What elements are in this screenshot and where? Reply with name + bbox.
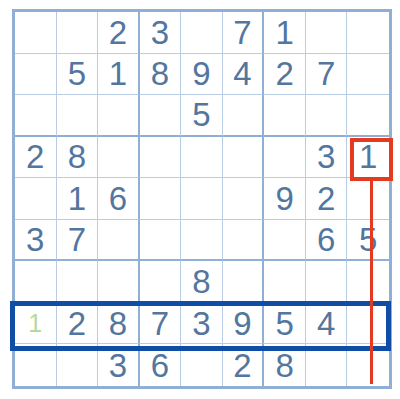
cell-r8c8[interactable]: 4 <box>306 303 348 345</box>
cell-r2c8[interactable]: 7 <box>306 54 348 96</box>
cell-r6c8[interactable]: 6 <box>306 220 348 262</box>
cell-r8c9[interactable] <box>347 303 389 345</box>
cell-r5c9[interactable] <box>347 178 389 220</box>
cell-r4c4[interactable] <box>140 137 182 179</box>
cell-r9c1[interactable] <box>15 344 57 386</box>
cell-r9c4[interactable]: 6 <box>140 344 182 386</box>
cell-r5c8[interactable]: 2 <box>306 178 348 220</box>
cell-r4c2[interactable]: 8 <box>57 137 99 179</box>
cell-r8c6[interactable]: 9 <box>223 303 265 345</box>
sudoku-page: 2371518942752831169237658128739543628 <box>0 0 400 399</box>
cell-r2c1[interactable] <box>15 54 57 96</box>
cell-r6c4[interactable] <box>140 220 182 262</box>
cell-r2c2[interactable]: 5 <box>57 54 99 96</box>
cell-r8c3[interactable]: 8 <box>98 303 140 345</box>
cell-r1c7[interactable]: 1 <box>264 12 306 54</box>
cell-r9c9[interactable] <box>347 344 389 386</box>
cell-r7c8[interactable] <box>306 261 348 303</box>
cell-r9c8[interactable] <box>306 344 348 386</box>
cell-r7c4[interactable] <box>140 261 182 303</box>
cell-r6c6[interactable] <box>223 220 265 262</box>
cell-r4c1[interactable]: 2 <box>15 137 57 179</box>
cell-r5c2[interactable]: 1 <box>57 178 99 220</box>
cell-r6c3[interactable] <box>98 220 140 262</box>
cell-r2c7[interactable]: 2 <box>264 54 306 96</box>
cell-r5c4[interactable] <box>140 178 182 220</box>
cell-r2c4[interactable]: 8 <box>140 54 182 96</box>
cell-r9c7[interactable]: 8 <box>264 344 306 386</box>
cell-r7c5[interactable]: 8 <box>181 261 223 303</box>
cell-r9c5[interactable] <box>181 344 223 386</box>
cell-r7c6[interactable] <box>223 261 265 303</box>
cell-r3c3[interactable] <box>98 95 140 137</box>
cell-r5c7[interactable]: 9 <box>264 178 306 220</box>
cell-r4c9[interactable]: 1 <box>347 137 389 179</box>
cell-r3c1[interactable] <box>15 95 57 137</box>
cell-r2c6[interactable]: 4 <box>223 54 265 96</box>
cell-r8c5[interactable]: 3 <box>181 303 223 345</box>
cell-r6c1[interactable]: 3 <box>15 220 57 262</box>
cell-r9c6[interactable]: 2 <box>223 344 265 386</box>
cell-r2c5[interactable]: 9 <box>181 54 223 96</box>
cell-r1c6[interactable]: 7 <box>223 12 265 54</box>
cell-r8c1[interactable]: 1 <box>15 303 57 345</box>
cell-r2c3[interactable]: 1 <box>98 54 140 96</box>
cell-r7c9[interactable] <box>347 261 389 303</box>
cell-r1c2[interactable] <box>57 12 99 54</box>
cell-r5c3[interactable]: 6 <box>98 178 140 220</box>
cell-r8c7[interactable]: 5 <box>264 303 306 345</box>
cell-r3c5[interactable]: 5 <box>181 95 223 137</box>
cell-r3c9[interactable] <box>347 95 389 137</box>
cell-r3c4[interactable] <box>140 95 182 137</box>
cell-r5c1[interactable] <box>15 178 57 220</box>
cell-r8c4[interactable]: 7 <box>140 303 182 345</box>
cell-r9c2[interactable] <box>57 344 99 386</box>
cell-r3c2[interactable] <box>57 95 99 137</box>
cell-r4c5[interactable] <box>181 137 223 179</box>
cell-r7c3[interactable] <box>98 261 140 303</box>
sudoku-grid: 2371518942752831169237658128739543628 <box>12 9 392 389</box>
cell-r5c6[interactable] <box>223 178 265 220</box>
cell-r7c1[interactable] <box>15 261 57 303</box>
cell-r4c3[interactable] <box>98 137 140 179</box>
cell-r5c5[interactable] <box>181 178 223 220</box>
cell-r3c6[interactable] <box>223 95 265 137</box>
cell-r1c3[interactable]: 2 <box>98 12 140 54</box>
cell-r6c9[interactable]: 5 <box>347 220 389 262</box>
cell-r4c6[interactable] <box>223 137 265 179</box>
cell-r1c1[interactable] <box>15 12 57 54</box>
cell-r1c5[interactable] <box>181 12 223 54</box>
cell-r1c4[interactable]: 3 <box>140 12 182 54</box>
cell-r2c9[interactable] <box>347 54 389 96</box>
cell-r3c7[interactable] <box>264 95 306 137</box>
cell-r7c7[interactable] <box>264 261 306 303</box>
cell-r4c8[interactable]: 3 <box>306 137 348 179</box>
cell-r9c3[interactable]: 3 <box>98 344 140 386</box>
cell-r1c8[interactable] <box>306 12 348 54</box>
cell-r4c7[interactable] <box>264 137 306 179</box>
cell-r6c5[interactable] <box>181 220 223 262</box>
cell-r6c7[interactable] <box>264 220 306 262</box>
cell-r8c2[interactable]: 2 <box>57 303 99 345</box>
cell-r7c2[interactable] <box>57 261 99 303</box>
cell-r6c2[interactable]: 7 <box>57 220 99 262</box>
cell-r1c9[interactable] <box>347 12 389 54</box>
cell-r3c8[interactable] <box>306 95 348 137</box>
